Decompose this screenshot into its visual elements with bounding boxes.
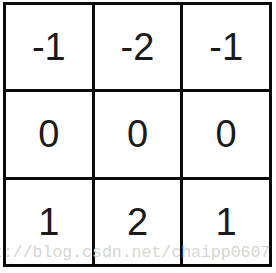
kernel-grid: -1 -2 -1 0 0 0 1 2 1 <box>3 2 272 267</box>
cell-r2-c2: 1 <box>183 180 269 264</box>
cell-r1-c1: 0 <box>95 92 181 176</box>
cell-r2-c1: 2 <box>95 180 181 264</box>
cell-r0-c1: -2 <box>95 5 181 89</box>
kernel-diagram: -1 -2 -1 0 0 0 1 2 1 t://blog.csdn.net/c… <box>0 0 276 273</box>
cell-r1-c2: 0 <box>183 92 269 176</box>
cell-r2-c0: 1 <box>6 180 92 264</box>
cell-r0-c2: -1 <box>183 5 269 89</box>
cell-r1-c0: 0 <box>6 92 92 176</box>
cell-r0-c0: -1 <box>6 5 92 89</box>
